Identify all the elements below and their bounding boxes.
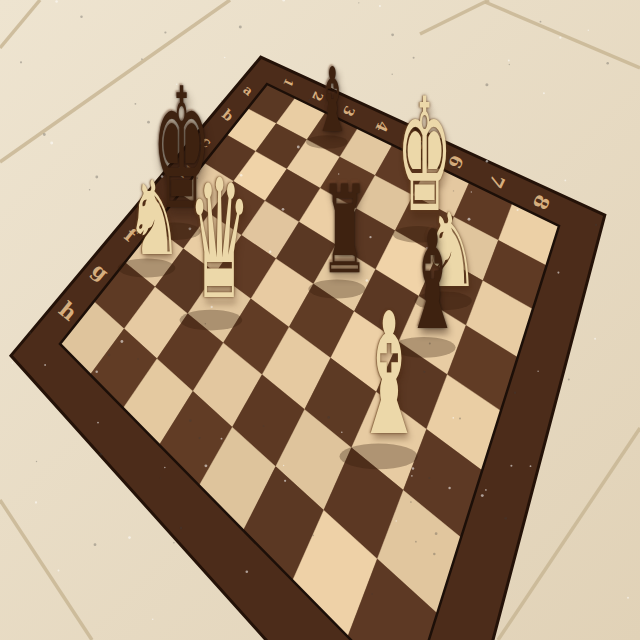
dust-speckle: [411, 475, 413, 477]
dust-speckle: [95, 176, 98, 179]
dust-speckle: [485, 489, 487, 491]
dust-speckle: [510, 465, 512, 467]
dust-speckle: [120, 340, 123, 343]
dust-speckle: [413, 57, 415, 59]
piece-black-rook[interactable]: ♜: [321, 170, 368, 292]
dust-speckle: [97, 422, 99, 424]
dust-speckle: [452, 417, 454, 419]
piece-black-bishop[interactable]: ♝: [314, 56, 351, 145]
dust-speckle: [627, 597, 629, 599]
dust-speckle: [371, 593, 373, 595]
dust-speckle: [504, 517, 507, 520]
dust-speckle: [244, 109, 245, 110]
dust-speckle: [508, 60, 510, 62]
dust-speckle: [108, 353, 111, 356]
dust-speckle: [152, 618, 154, 620]
dust-speckle: [95, 370, 97, 372]
dust-speckle: [44, 364, 46, 366]
dust-speckle: [448, 487, 450, 489]
dust-speckle: [595, 224, 597, 226]
dust-speckle: [557, 272, 559, 274]
dust-speckle: [459, 417, 461, 419]
dust-speckle: [199, 437, 201, 439]
dust-speckle: [36, 461, 37, 462]
dust-speckle: [189, 419, 192, 422]
dust-speckle: [29, 332, 31, 334]
piece-white-queen[interactable]: ♛: [188, 158, 251, 323]
dust-speckle: [606, 62, 609, 65]
dust-speckle: [588, 29, 590, 31]
dust-speckle: [58, 570, 60, 572]
piece-white-knight[interactable]: ♞: [126, 168, 182, 271]
dust-speckle: [164, 31, 166, 33]
dust-speckle: [135, 103, 137, 105]
dust-speckle: [284, 480, 286, 482]
dust-speckle: [282, 208, 285, 211]
dust-speckle: [160, 478, 161, 479]
dust-speckle: [12, 362, 13, 363]
dust-speckle: [568, 379, 570, 381]
dust-speckle: [514, 392, 516, 394]
dust-speckle: [564, 180, 566, 182]
dust-speckle: [224, 57, 226, 59]
dust-speckle: [263, 425, 265, 427]
dust-speckle: [137, 358, 139, 360]
dust-speckle: [379, 5, 381, 7]
dust-speckle: [358, 2, 359, 3]
dust-speckle: [392, 74, 393, 75]
dust-speckle: [537, 370, 538, 371]
dust-speckle: [428, 477, 430, 479]
dust-speckle: [543, 92, 545, 94]
dust-speckle: [221, 100, 222, 101]
dust-speckle: [559, 37, 561, 39]
dust-speckle: [305, 598, 307, 600]
dust-speckle: [369, 236, 371, 238]
dust-speckle: [341, 431, 343, 433]
dust-speckle: [128, 536, 131, 539]
dust-speckle: [55, 0, 58, 3]
dust-speckle: [50, 142, 53, 145]
dust-speckle: [594, 338, 596, 340]
dust-speckle: [308, 99, 310, 101]
dust-speckle: [435, 532, 438, 535]
dust-speckle: [147, 121, 150, 124]
dust-speckle: [221, 438, 223, 440]
dust-speckle: [80, 15, 83, 18]
dust-speckle: [391, 33, 394, 36]
dust-speckle: [89, 189, 90, 190]
dust-speckle: [297, 146, 300, 149]
dust-speckle: [327, 416, 330, 419]
dust-speckle: [100, 453, 103, 456]
dust-speckle: [509, 64, 510, 65]
dust-speckle: [239, 26, 242, 29]
dust-speckle: [486, 160, 489, 163]
dust-speckle: [94, 543, 97, 546]
piece-white-bishop[interactable]: ♝: [354, 291, 424, 459]
dust-speckle: [485, 83, 488, 86]
dust-speckle: [540, 269, 541, 270]
dust-speckle: [246, 571, 249, 574]
dust-speckle: [164, 467, 166, 469]
dust-speckle: [312, 535, 314, 537]
dust-speckle: [173, 542, 175, 544]
dust-speckle: [43, 133, 46, 136]
dust-speckle: [269, 251, 271, 253]
dust-speckle: [517, 209, 519, 211]
dust-speckle: [530, 465, 532, 467]
dust-speckle: [481, 494, 484, 497]
dust-speckle: [283, 465, 284, 466]
dust-speckle: [20, 61, 22, 63]
scene: 12345678abcdefgh ♝♚♚♞♜♞♛♝♝: [0, 0, 640, 640]
dust-speckle: [35, 501, 37, 503]
dust-speckle: [141, 58, 143, 60]
dust-speckle: [415, 541, 417, 543]
dust-speckle: [395, 520, 396, 521]
dust-speckle: [204, 464, 207, 467]
dust-speckle: [180, 527, 183, 530]
dust-speckle: [433, 553, 436, 556]
dust-speckle: [410, 501, 412, 503]
dust-speckle: [540, 21, 542, 23]
